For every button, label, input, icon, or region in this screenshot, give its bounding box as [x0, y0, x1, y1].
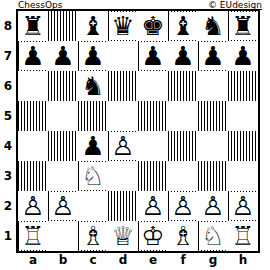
black-pawn-piece: ♟ [199, 42, 227, 70]
black-rook-piece: ♜ [229, 12, 257, 40]
rank-label-6: 6 [2, 71, 14, 101]
square-a1: ♖ [18, 221, 48, 251]
square-c8: ♝ [78, 11, 108, 41]
square-f2: ♙ [168, 191, 198, 221]
black-pawn-piece: ♟ [139, 42, 167, 70]
white-pawn-piece: ♙ [109, 132, 137, 160]
white-queen-piece: ♕ [109, 222, 137, 250]
white-knight-piece: ♘ [79, 162, 107, 190]
file-label-f: f [168, 253, 198, 267]
chess-board: ♜♝♛♚♝♞♜♟♟♟♟♟♟♟♞♟♙♘♙♙♙♙♙♙♖♗♕♔♗♘♖ [18, 11, 258, 251]
square-g1: ♘ [198, 221, 228, 251]
square-e7: ♟ [138, 41, 168, 71]
rank-label-4: 4 [2, 131, 14, 161]
file-label-g: g [198, 253, 228, 267]
white-rook-piece: ♖ [19, 222, 47, 250]
square-b5 [48, 101, 78, 131]
square-a8: ♜ [18, 11, 48, 41]
square-f6 [168, 71, 198, 101]
black-pawn-piece: ♟ [169, 42, 197, 70]
square-a4 [18, 131, 48, 161]
rank-label-7: 7 [2, 41, 14, 71]
black-knight-piece: ♞ [199, 12, 227, 40]
rank-label-1: 1 [2, 221, 14, 251]
square-f1: ♗ [168, 221, 198, 251]
black-pawn-piece: ♟ [49, 42, 77, 70]
square-c3: ♘ [78, 161, 108, 191]
square-h2: ♙ [228, 191, 258, 221]
white-king-piece: ♔ [139, 222, 167, 250]
square-e4 [138, 131, 168, 161]
square-a3 [18, 161, 48, 191]
square-c2 [78, 191, 108, 221]
white-bishop-piece: ♗ [79, 222, 107, 250]
square-c6: ♞ [78, 71, 108, 101]
black-pawn-piece: ♟ [79, 132, 107, 160]
square-g3 [198, 161, 228, 191]
file-label-e: e [138, 253, 168, 267]
square-c5 [78, 101, 108, 131]
square-g6 [198, 71, 228, 101]
rank-label-5: 5 [2, 101, 14, 131]
file-label-d: d [108, 253, 138, 267]
white-rook-piece: ♖ [229, 222, 257, 250]
black-knight-piece: ♞ [79, 72, 107, 100]
square-h6 [228, 71, 258, 101]
square-a7: ♟ [18, 41, 48, 71]
square-b8 [48, 11, 78, 41]
square-a6 [18, 71, 48, 101]
square-g7: ♟ [198, 41, 228, 71]
square-h1: ♖ [228, 221, 258, 251]
square-h5 [228, 101, 258, 131]
black-king-piece: ♚ [139, 12, 167, 40]
square-b3 [48, 161, 78, 191]
square-d2 [108, 191, 138, 221]
square-b2: ♙ [48, 191, 78, 221]
square-a2: ♙ [18, 191, 48, 221]
chess-board-frame: ♜♝♛♚♝♞♜♟♟♟♟♟♟♟♞♟♙♘♙♙♙♙♙♙♖♗♕♔♗♘♖ [16, 9, 260, 253]
square-d7 [108, 41, 138, 71]
square-a5 [18, 101, 48, 131]
file-label-c: c [78, 253, 108, 267]
white-pawn-piece: ♙ [229, 192, 257, 220]
file-label-b: b [48, 253, 78, 267]
square-g8: ♞ [198, 11, 228, 41]
black-queen-piece: ♛ [109, 12, 137, 40]
square-f7: ♟ [168, 41, 198, 71]
black-pawn-piece: ♟ [229, 42, 257, 70]
square-d6 [108, 71, 138, 101]
square-b7: ♟ [48, 41, 78, 71]
square-g5 [198, 101, 228, 131]
square-f5 [168, 101, 198, 131]
white-knight-piece: ♘ [199, 222, 227, 250]
file-label-a: a [18, 253, 48, 267]
square-f8: ♝ [168, 11, 198, 41]
black-bishop-piece: ♝ [169, 12, 197, 40]
square-c1: ♗ [78, 221, 108, 251]
square-e5 [138, 101, 168, 131]
square-f4 [168, 131, 198, 161]
square-d8: ♛ [108, 11, 138, 41]
black-pawn-piece: ♟ [19, 42, 47, 70]
square-h7: ♟ [228, 41, 258, 71]
square-d3 [108, 161, 138, 191]
white-bishop-piece: ♗ [169, 222, 197, 250]
square-b1 [48, 221, 78, 251]
square-d1: ♕ [108, 221, 138, 251]
square-h4 [228, 131, 258, 161]
rank-label-3: 3 [2, 161, 14, 191]
white-pawn-piece: ♙ [19, 192, 47, 220]
file-label-h: h [228, 253, 258, 267]
square-g4 [198, 131, 228, 161]
square-e2: ♙ [138, 191, 168, 221]
rank-label-2: 2 [2, 191, 14, 221]
black-pawn-piece: ♟ [79, 42, 107, 70]
black-rook-piece: ♜ [19, 12, 47, 40]
white-pawn-piece: ♙ [199, 192, 227, 220]
square-f3 [168, 161, 198, 191]
square-c7: ♟ [78, 41, 108, 71]
square-g2: ♙ [198, 191, 228, 221]
white-pawn-piece: ♙ [169, 192, 197, 220]
square-e3 [138, 161, 168, 191]
square-d5 [108, 101, 138, 131]
square-b6 [48, 71, 78, 101]
square-e6 [138, 71, 168, 101]
square-c4: ♟ [78, 131, 108, 161]
square-d4: ♙ [108, 131, 138, 161]
square-b4 [48, 131, 78, 161]
black-bishop-piece: ♝ [79, 12, 107, 40]
square-e8: ♚ [138, 11, 168, 41]
square-h8: ♜ [228, 11, 258, 41]
white-pawn-piece: ♙ [139, 192, 167, 220]
square-h3 [228, 161, 258, 191]
white-pawn-piece: ♙ [49, 192, 77, 220]
square-e1: ♔ [138, 221, 168, 251]
rank-label-8: 8 [2, 11, 14, 41]
